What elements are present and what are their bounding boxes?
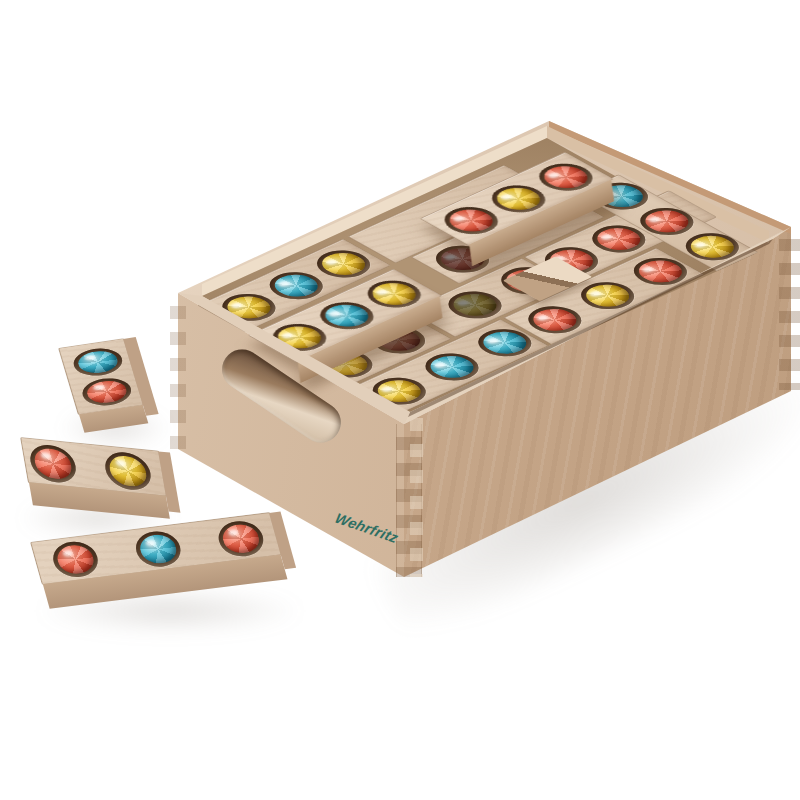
gem-red — [219, 523, 262, 556]
gem-yellow — [313, 249, 374, 280]
gem-blue — [474, 327, 535, 358]
gem-hole — [49, 539, 102, 579]
gem-yellow — [577, 280, 638, 311]
gem-hole — [27, 443, 78, 485]
gem-hole — [623, 252, 698, 290]
gem-blue — [266, 270, 327, 301]
gem-hole — [438, 286, 513, 324]
gem-hole — [214, 519, 267, 559]
gem-red — [441, 205, 502, 236]
gem-hole — [132, 529, 185, 569]
gem-blue — [317, 300, 378, 331]
gem-hole — [79, 375, 135, 408]
gem-blue — [137, 533, 180, 566]
finger-joints-right-corner — [779, 227, 800, 390]
gem-hole — [70, 346, 126, 379]
gem-red — [32, 447, 74, 481]
gem-yellow — [107, 454, 149, 488]
finger-joints-left-corner — [170, 293, 186, 453]
gem-red — [54, 543, 97, 576]
gem-hole — [570, 277, 645, 315]
product-photo-scene: Wehrfritz — [0, 0, 800, 800]
gem-yellow — [488, 183, 549, 214]
gem-yellow — [445, 290, 506, 321]
gem-yellow — [364, 279, 425, 310]
gem-red — [84, 378, 129, 405]
finger-joints-front-corner — [396, 424, 422, 577]
gem-red — [630, 256, 691, 287]
gem-hole — [102, 450, 153, 492]
gem-red — [536, 162, 597, 193]
gem-blue — [75, 349, 120, 376]
block-top-face — [58, 338, 144, 415]
gem-blue — [422, 352, 483, 383]
gem-red — [525, 304, 586, 335]
